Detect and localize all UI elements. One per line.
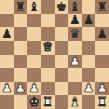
piece-white-pawn[interactable]: ♟ xyxy=(1,82,12,95)
square-g7[interactable]: ♟ xyxy=(82,14,96,28)
square-e3[interactable] xyxy=(55,68,69,82)
square-e4[interactable] xyxy=(55,55,69,69)
square-d2[interactable] xyxy=(41,82,55,96)
square-h7[interactable] xyxy=(95,14,109,28)
piece-white-pawn[interactable]: ♟ xyxy=(83,82,94,95)
square-d3[interactable] xyxy=(41,68,55,82)
square-f4[interactable]: ♟ xyxy=(68,55,82,69)
square-e1[interactable] xyxy=(55,95,69,109)
piece-black-pawn[interactable]: ♟ xyxy=(97,27,108,40)
square-a2[interactable]: ♟ xyxy=(0,82,14,96)
square-a6[interactable]: ♟ xyxy=(0,27,14,41)
square-f1[interactable]: ♝ xyxy=(68,95,82,109)
square-g1[interactable] xyxy=(82,95,96,109)
square-g3[interactable] xyxy=(82,68,96,82)
piece-white-queen[interactable]: ♛ xyxy=(42,41,53,54)
square-f8[interactable]: ♝ xyxy=(68,0,82,14)
piece-black-rook[interactable]: ♜ xyxy=(97,0,108,13)
square-e2[interactable] xyxy=(55,82,69,96)
square-c6[interactable] xyxy=(27,27,41,41)
square-f6[interactable]: ♛ xyxy=(68,27,82,41)
piece-black-queen[interactable]: ♛ xyxy=(69,27,80,40)
square-h6[interactable]: ♟ xyxy=(95,27,109,41)
piece-black-pawn[interactable]: ♟ xyxy=(1,27,12,40)
square-c7[interactable] xyxy=(27,14,41,28)
square-d4[interactable] xyxy=(41,55,55,69)
piece-black-bishop[interactable]: ♝ xyxy=(69,0,80,13)
square-c8[interactable]: ♝ xyxy=(27,0,41,14)
piece-black-rook[interactable]: ♜ xyxy=(15,0,26,13)
piece-white-bishop[interactable]: ♝ xyxy=(69,95,80,108)
square-a1[interactable] xyxy=(0,95,14,109)
square-a4[interactable] xyxy=(0,55,14,69)
square-h4[interactable] xyxy=(95,55,109,69)
square-h5[interactable] xyxy=(95,41,109,55)
square-a7[interactable] xyxy=(0,14,14,28)
square-g8[interactable] xyxy=(82,0,96,14)
square-b1[interactable] xyxy=(14,95,28,109)
square-e5[interactable] xyxy=(55,41,69,55)
piece-white-king[interactable]: ♚ xyxy=(28,95,39,108)
square-c4[interactable] xyxy=(27,55,41,69)
square-g6[interactable] xyxy=(82,27,96,41)
square-g4[interactable] xyxy=(82,55,96,69)
square-f3[interactable] xyxy=(68,68,82,82)
square-b8[interactable]: ♜ xyxy=(14,0,28,14)
square-b3[interactable] xyxy=(14,68,28,82)
square-e6[interactable] xyxy=(55,27,69,41)
piece-black-bishop[interactable]: ♝ xyxy=(28,0,39,13)
square-e8[interactable]: ♚ xyxy=(55,0,69,14)
square-h2[interactable]: ♟ xyxy=(95,82,109,96)
square-f2[interactable] xyxy=(68,82,82,96)
piece-black-king[interactable]: ♚ xyxy=(56,0,67,13)
square-f7[interactable]: ♟ xyxy=(68,14,82,28)
square-b2[interactable]: ♟ xyxy=(14,82,28,96)
square-f5[interactable] xyxy=(68,41,82,55)
square-d7[interactable] xyxy=(41,14,55,28)
square-d8[interactable] xyxy=(41,0,55,14)
square-c5[interactable] xyxy=(27,41,41,55)
square-a5[interactable] xyxy=(0,41,14,55)
piece-black-pawn[interactable]: ♟ xyxy=(69,14,80,27)
square-g2[interactable]: ♟ xyxy=(82,82,96,96)
square-g5[interactable] xyxy=(82,41,96,55)
square-a3[interactable] xyxy=(0,68,14,82)
square-d1[interactable]: ♜ xyxy=(41,95,55,109)
square-c1[interactable]: ♚ xyxy=(27,95,41,109)
piece-white-rook[interactable]: ♜ xyxy=(42,95,53,108)
square-b5[interactable] xyxy=(14,41,28,55)
square-d6[interactable] xyxy=(41,27,55,41)
square-c2[interactable]: ♟ xyxy=(27,82,41,96)
piece-white-rook[interactable]: ♜ xyxy=(97,95,108,108)
square-h8[interactable]: ♜ xyxy=(95,0,109,14)
square-b4[interactable] xyxy=(14,55,28,69)
square-h3[interactable] xyxy=(95,68,109,82)
square-e7[interactable] xyxy=(55,14,69,28)
piece-white-pawn[interactable]: ♟ xyxy=(28,82,39,95)
square-a8[interactable] xyxy=(0,0,14,14)
piece-white-pawn[interactable]: ♟ xyxy=(69,55,80,68)
piece-black-pawn[interactable]: ♟ xyxy=(83,14,94,27)
piece-white-pawn[interactable]: ♟ xyxy=(15,82,26,95)
piece-white-pawn[interactable]: ♟ xyxy=(97,82,108,95)
square-b6[interactable] xyxy=(14,27,28,41)
chess-board: ♜♝♚♝♜♟♟♟♛♟♛♟♟♟♟♟♟♚♜♝♜ xyxy=(0,0,109,109)
square-c3[interactable] xyxy=(27,68,41,82)
square-b7[interactable] xyxy=(14,14,28,28)
square-d5[interactable]: ♛ xyxy=(41,41,55,55)
square-h1[interactable]: ♜ xyxy=(95,95,109,109)
